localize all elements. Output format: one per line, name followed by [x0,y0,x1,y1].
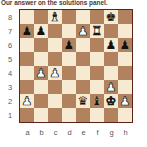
rank-label-6: 6 [5,39,15,53]
black-king-piece: ♚ [106,10,117,24]
square-a3 [20,80,34,94]
square-f8 [90,10,104,24]
square-g2: ♚ [104,94,118,108]
square-g3: ♟ [104,80,118,94]
square-b2 [34,94,48,108]
rank-label-5: 5 [5,53,15,67]
black-bishop-piece: ♝ [92,94,103,108]
rank-label-3: 3 [5,81,15,95]
file-label-a: a [21,128,35,137]
square-h7 [118,24,132,38]
square-b5 [34,52,48,66]
square-e4 [76,66,90,80]
square-c3 [48,80,62,94]
square-e1 [76,108,90,122]
file-label-b: b [35,128,49,137]
white-bishop-piece: ♝ [50,10,61,24]
square-b8 [34,10,48,24]
square-b3 [34,80,48,94]
square-d5 [62,52,76,66]
square-d7 [62,24,76,38]
square-c4: ♟ [48,66,62,80]
square-e5 [76,52,90,66]
square-h4 [118,66,132,80]
file-label-h: h [119,128,133,137]
square-c5 [48,52,62,66]
square-h2: ♟ [118,94,132,108]
square-f6 [90,38,104,52]
square-f5 [90,52,104,66]
rank-labels: 87654321 [5,11,15,123]
white-king-piece: ♚ [106,94,117,108]
black-pawn-piece: ♟ [120,38,131,52]
square-d6: ♟ [62,38,76,52]
square-c1 [48,108,62,122]
white-rook-piece: ♜ [92,24,103,38]
square-b1 [34,108,48,122]
square-g1 [104,108,118,122]
square-f2: ♝ [90,94,104,108]
square-a2: ♟ [20,94,34,108]
square-c6 [48,38,62,52]
square-a1 [20,108,34,122]
square-c7 [48,24,62,38]
square-a5 [20,52,34,66]
file-label-g: g [105,128,119,137]
square-e3 [76,80,90,94]
white-pawn-piece: ♟ [36,66,47,80]
square-e2: ♛ [76,94,90,108]
white-pawn-piece: ♟ [78,24,89,38]
rank-label-7: 7 [5,25,15,39]
square-d3 [62,80,76,94]
square-e8 [76,10,90,24]
square-g7 [104,24,118,38]
square-b4: ♟ [34,66,48,80]
square-h6: ♟ [118,38,132,52]
file-label-f: f [91,128,105,137]
square-e7: ♟ [76,24,90,38]
square-h1 [118,108,132,122]
square-h3 [118,80,132,94]
square-g4 [104,66,118,80]
square-f4 [90,66,104,80]
square-b7: ♟ [34,24,48,38]
square-h5 [118,52,132,66]
file-label-c: c [49,128,63,137]
chess-board: ♝♚♟♟♟♜♟♟♟♟♟♟♟♛♝♚♟ [19,9,133,123]
file-labels: abcdefgh [21,128,133,137]
square-d4 [62,66,76,80]
square-b6 [34,38,48,52]
square-d8 [62,10,76,24]
square-f3 [90,80,104,94]
white-pawn-piece: ♟ [106,80,117,94]
square-e6 [76,38,90,52]
square-a4 [20,66,34,80]
white-pawn-piece: ♟ [50,66,61,80]
file-label-d: d [63,128,77,137]
square-g6: ♟ [104,38,118,52]
white-pawn-piece: ♟ [22,94,33,108]
square-f7: ♜ [90,24,104,38]
square-d2 [62,94,76,108]
square-c8: ♝ [48,10,62,24]
square-a7: ♟ [20,24,34,38]
square-d1 [62,108,76,122]
rank-label-2: 2 [5,95,15,109]
file-label-e: e [77,128,91,137]
black-pawn-piece: ♟ [22,24,33,38]
rank-label-4: 4 [5,67,15,81]
square-c2 [48,94,62,108]
black-pawn-piece: ♟ [64,38,75,52]
square-h8 [118,10,132,24]
black-pawn-piece: ♟ [36,24,47,38]
square-g8: ♚ [104,10,118,24]
square-a6 [20,38,34,52]
square-g5 [104,52,118,66]
black-pawn-piece: ♟ [106,38,117,52]
black-queen-piece: ♛ [78,94,89,108]
rank-label-1: 1 [5,109,15,123]
square-f1 [90,108,104,122]
white-pawn-piece: ♟ [120,94,131,108]
square-a8 [20,10,34,24]
puzzle-caption: Our answer on the solutions panel. [1,0,108,6]
rank-label-8: 8 [5,11,15,25]
